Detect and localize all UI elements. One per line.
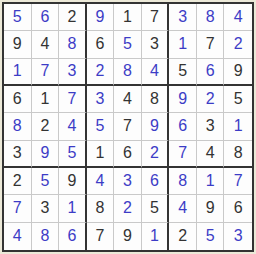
cell-r9c9[interactable]: 3 [224, 223, 252, 250]
cell-r4c5[interactable]: 4 [114, 86, 142, 113]
cell-r2c6[interactable]: 3 [142, 31, 170, 58]
cell-r5c8[interactable]: 3 [197, 113, 225, 140]
cell-r7c7[interactable]: 8 [169, 168, 197, 195]
cell-r8c8[interactable]: 9 [197, 195, 225, 222]
cell-r7c4[interactable]: 4 [87, 168, 115, 195]
cell-r9c2[interactable]: 8 [32, 223, 60, 250]
cell-r7c8[interactable]: 1 [197, 168, 225, 195]
cell-r1c8[interactable]: 8 [197, 4, 225, 31]
cell-r1c2[interactable]: 6 [32, 4, 60, 31]
cell-r1c9[interactable]: 4 [224, 4, 252, 31]
cell-r4c9[interactable]: 5 [224, 86, 252, 113]
cell-r4c4[interactable]: 3 [87, 86, 115, 113]
cell-r5c1[interactable]: 8 [4, 113, 32, 140]
cell-r3c4[interactable]: 2 [87, 59, 115, 86]
cell-r5c9[interactable]: 1 [224, 113, 252, 140]
sudoku-board: 5629173849486531721732845696173489258245… [2, 2, 254, 252]
cell-r8c4[interactable]: 8 [87, 195, 115, 222]
cell-r8c2[interactable]: 3 [32, 195, 60, 222]
cell-r8c9[interactable]: 6 [224, 195, 252, 222]
cell-r3c6[interactable]: 4 [142, 59, 170, 86]
cell-r6c1[interactable]: 3 [4, 141, 32, 168]
cell-r9c5[interactable]: 9 [114, 223, 142, 250]
cell-r5c4[interactable]: 5 [87, 113, 115, 140]
cell-r1c7[interactable]: 3 [169, 4, 197, 31]
cell-r4c3[interactable]: 7 [59, 86, 87, 113]
cell-r9c6[interactable]: 1 [142, 223, 170, 250]
cell-r1c1[interactable]: 5 [4, 4, 32, 31]
cell-r6c6[interactable]: 2 [142, 141, 170, 168]
cell-r3c8[interactable]: 6 [197, 59, 225, 86]
cell-r9c1[interactable]: 4 [4, 223, 32, 250]
cell-r3c1[interactable]: 1 [4, 59, 32, 86]
cell-r6c5[interactable]: 6 [114, 141, 142, 168]
cell-r7c9[interactable]: 7 [224, 168, 252, 195]
cell-r8c3[interactable]: 1 [59, 195, 87, 222]
cell-r8c7[interactable]: 4 [169, 195, 197, 222]
cell-r3c5[interactable]: 8 [114, 59, 142, 86]
cell-r3c9[interactable]: 9 [224, 59, 252, 86]
cell-r2c3[interactable]: 8 [59, 31, 87, 58]
cell-r2c7[interactable]: 1 [169, 31, 197, 58]
cell-r4c2[interactable]: 1 [32, 86, 60, 113]
cell-r5c2[interactable]: 2 [32, 113, 60, 140]
cell-r2c9[interactable]: 2 [224, 31, 252, 58]
cell-r1c4[interactable]: 9 [87, 4, 115, 31]
cell-r1c6[interactable]: 7 [142, 4, 170, 31]
cell-r8c5[interactable]: 2 [114, 195, 142, 222]
cell-r7c3[interactable]: 9 [59, 168, 87, 195]
cell-r2c4[interactable]: 6 [87, 31, 115, 58]
cell-r5c3[interactable]: 4 [59, 113, 87, 140]
cell-r2c8[interactable]: 7 [197, 31, 225, 58]
cell-r9c7[interactable]: 2 [169, 223, 197, 250]
cell-r4c6[interactable]: 8 [142, 86, 170, 113]
cell-r3c2[interactable]: 7 [32, 59, 60, 86]
cell-r5c7[interactable]: 6 [169, 113, 197, 140]
cell-r6c9[interactable]: 8 [224, 141, 252, 168]
cell-r3c7[interactable]: 5 [169, 59, 197, 86]
cell-r2c1[interactable]: 9 [4, 31, 32, 58]
cell-r9c4[interactable]: 7 [87, 223, 115, 250]
cell-r6c3[interactable]: 5 [59, 141, 87, 168]
cell-r1c3[interactable]: 2 [59, 4, 87, 31]
cell-r6c7[interactable]: 7 [169, 141, 197, 168]
cell-r7c2[interactable]: 5 [32, 168, 60, 195]
cell-r2c2[interactable]: 4 [32, 31, 60, 58]
cell-r1c5[interactable]: 1 [114, 4, 142, 31]
cell-r7c1[interactable]: 2 [4, 168, 32, 195]
cell-r5c5[interactable]: 7 [114, 113, 142, 140]
cell-r7c6[interactable]: 6 [142, 168, 170, 195]
cell-r4c7[interactable]: 9 [169, 86, 197, 113]
cell-r8c1[interactable]: 7 [4, 195, 32, 222]
cell-r7c5[interactable]: 3 [114, 168, 142, 195]
cell-r8c6[interactable]: 5 [142, 195, 170, 222]
cell-r3c3[interactable]: 3 [59, 59, 87, 86]
cell-r5c6[interactable]: 9 [142, 113, 170, 140]
cell-r2c5[interactable]: 5 [114, 31, 142, 58]
cell-r6c2[interactable]: 9 [32, 141, 60, 168]
cell-r4c8[interactable]: 2 [197, 86, 225, 113]
cell-r9c3[interactable]: 6 [59, 223, 87, 250]
cell-r6c8[interactable]: 4 [197, 141, 225, 168]
cell-r6c4[interactable]: 1 [87, 141, 115, 168]
cell-r9c8[interactable]: 5 [197, 223, 225, 250]
cell-r4c1[interactable]: 6 [4, 86, 32, 113]
